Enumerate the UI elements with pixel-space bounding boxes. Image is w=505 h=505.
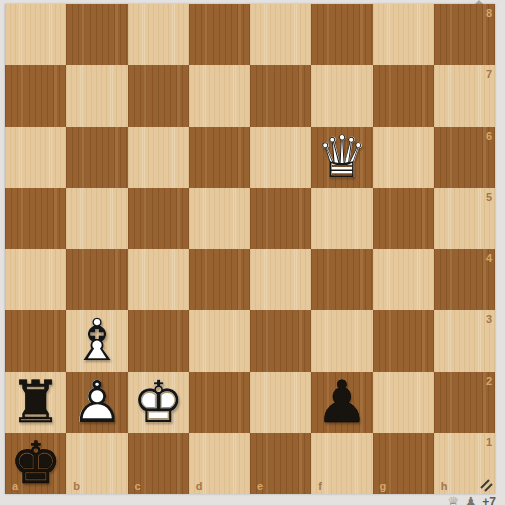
file-label-b: b — [73, 481, 80, 492]
square-g4[interactable] — [373, 249, 434, 310]
square-h7[interactable]: 7 — [434, 65, 495, 126]
file-label-c: c — [135, 481, 141, 492]
square-e1[interactable]: e — [250, 433, 311, 494]
square-h3[interactable]: 3 — [434, 310, 495, 371]
square-a5[interactable] — [5, 188, 66, 249]
black-rook[interactable]: ♜ — [5, 372, 66, 433]
square-b1[interactable]: b — [66, 433, 127, 494]
rank-label-4: 4 — [486, 253, 492, 264]
material-advantage: +7 — [482, 495, 496, 505]
square-e3[interactable] — [250, 310, 311, 371]
rank-label-3: 3 — [486, 314, 492, 325]
square-d2[interactable] — [189, 372, 250, 433]
square-h2[interactable]: 2 — [434, 372, 495, 433]
square-b3[interactable]: ♝♗ — [66, 310, 127, 371]
square-c2[interactable]: ♚♔ — [128, 372, 189, 433]
square-f6[interactable]: ♛♕ — [311, 127, 372, 188]
black-pawn-glyph: ♟ — [316, 372, 368, 433]
file-label-h: h — [441, 481, 448, 492]
chess-board: 87♛♕654♝♗3♜♟♙♚♔♟2♚abcdefg1h — [5, 4, 495, 494]
white-pawn-outline: ♙ — [71, 372, 123, 433]
board-resize-handle-icon[interactable] — [479, 478, 493, 492]
file-label-d: d — [196, 481, 203, 492]
file-label-e: e — [257, 481, 263, 492]
square-e8[interactable] — [250, 4, 311, 65]
white-bishop-outline: ♗ — [71, 310, 123, 371]
square-a3[interactable] — [5, 310, 66, 371]
black-king-glyph: ♚ — [10, 433, 62, 494]
rank-label-7: 7 — [486, 69, 492, 80]
square-d8[interactable] — [189, 4, 250, 65]
white-queen-outline: ♕ — [316, 127, 368, 188]
square-g6[interactable] — [373, 127, 434, 188]
square-g2[interactable] — [373, 372, 434, 433]
black-king[interactable]: ♚ — [5, 433, 66, 494]
white-king-outline: ♔ — [132, 372, 184, 433]
square-h8[interactable]: 8 — [434, 4, 495, 65]
square-f5[interactable] — [311, 188, 372, 249]
square-f3[interactable] — [311, 310, 372, 371]
square-b7[interactable] — [66, 65, 127, 126]
square-f8[interactable] — [311, 4, 372, 65]
square-a7[interactable] — [5, 65, 66, 126]
square-f4[interactable] — [311, 249, 372, 310]
white-bishop[interactable]: ♝♗ — [66, 310, 127, 371]
square-f7[interactable] — [311, 65, 372, 126]
rank-label-6: 6 — [486, 131, 492, 142]
square-a1[interactable]: ♚a — [5, 433, 66, 494]
square-g5[interactable] — [373, 188, 434, 249]
square-g1[interactable]: g — [373, 433, 434, 494]
square-f2[interactable]: ♟ — [311, 372, 372, 433]
square-b8[interactable] — [66, 4, 127, 65]
rank-label-5: 5 — [486, 192, 492, 203]
square-d5[interactable] — [189, 188, 250, 249]
white-king[interactable]: ♚♔ — [128, 372, 189, 433]
rank-label-8: 8 — [486, 8, 492, 19]
square-d6[interactable] — [189, 127, 250, 188]
square-a6[interactable] — [5, 127, 66, 188]
square-c6[interactable] — [128, 127, 189, 188]
file-label-f: f — [318, 481, 322, 492]
square-c5[interactable] — [128, 188, 189, 249]
black-rook-glyph: ♜ — [10, 372, 62, 433]
square-d3[interactable] — [189, 310, 250, 371]
square-d4[interactable] — [189, 249, 250, 310]
square-b2[interactable]: ♟♙ — [66, 372, 127, 433]
white-pawn[interactable]: ♟♙ — [66, 372, 127, 433]
square-e2[interactable] — [250, 372, 311, 433]
square-d1[interactable]: d — [189, 433, 250, 494]
black-pawn[interactable]: ♟ — [311, 372, 372, 433]
square-g3[interactable] — [373, 310, 434, 371]
square-a8[interactable] — [5, 4, 66, 65]
rank-label-1: 1 — [486, 437, 492, 448]
square-b6[interactable] — [66, 127, 127, 188]
file-label-g: g — [380, 481, 387, 492]
square-c1[interactable]: c — [128, 433, 189, 494]
square-g7[interactable] — [373, 65, 434, 126]
captured-pawn-icon: ♟ — [465, 495, 478, 505]
rank-label-2: 2 — [486, 376, 492, 387]
square-c4[interactable] — [128, 249, 189, 310]
square-e5[interactable] — [250, 188, 311, 249]
square-e6[interactable] — [250, 127, 311, 188]
white-queen[interactable]: ♛♕ — [311, 127, 372, 188]
square-c7[interactable] — [128, 65, 189, 126]
square-h4[interactable]: 4 — [434, 249, 495, 310]
square-b5[interactable] — [66, 188, 127, 249]
square-h6[interactable]: 6 — [434, 127, 495, 188]
square-a4[interactable] — [5, 249, 66, 310]
square-d7[interactable] — [189, 65, 250, 126]
material-tray: ♕ ♟ +7 — [447, 495, 496, 505]
square-b4[interactable] — [66, 249, 127, 310]
square-e7[interactable] — [250, 65, 311, 126]
square-c3[interactable] — [128, 310, 189, 371]
square-h5[interactable]: 5 — [434, 188, 495, 249]
square-f1[interactable]: f — [311, 433, 372, 494]
square-e4[interactable] — [250, 249, 311, 310]
square-g8[interactable] — [373, 4, 434, 65]
square-a2[interactable]: ♜ — [5, 372, 66, 433]
captured-queen-icon: ♕ — [447, 495, 460, 505]
square-c8[interactable] — [128, 4, 189, 65]
